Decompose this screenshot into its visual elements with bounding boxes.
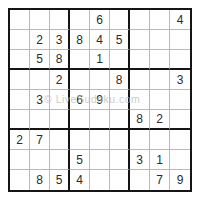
- cell-r5c7[interactable]: [130, 90, 150, 110]
- cell-r3c3: 8: [50, 50, 70, 70]
- cell-r6c3[interactable]: [50, 110, 70, 130]
- cell-r7c9[interactable]: [170, 130, 190, 150]
- cell-r8c5[interactable]: [90, 150, 110, 170]
- cell-r8c9[interactable]: [170, 150, 190, 170]
- cell-r7c6[interactable]: [110, 130, 130, 150]
- cell-r4c9: 3: [170, 70, 190, 90]
- cell-r6c9[interactable]: [170, 110, 190, 130]
- cell-r7c4[interactable]: [70, 130, 90, 150]
- cell-r8c2[interactable]: [30, 150, 50, 170]
- cell-r6c4[interactable]: [70, 110, 90, 130]
- cell-r8c4: 5: [70, 150, 90, 170]
- cell-r8c6[interactable]: [110, 150, 130, 170]
- cell-r1c9: 4: [170, 10, 190, 30]
- cell-r9c2: 8: [30, 170, 50, 190]
- cell-r1c4[interactable]: [70, 10, 90, 30]
- cell-r7c8[interactable]: [150, 130, 170, 150]
- cell-r9c4: 4: [70, 170, 90, 190]
- cell-r9c8: 7: [150, 170, 170, 190]
- cell-r3c9[interactable]: [170, 50, 190, 70]
- cell-r2c7[interactable]: [130, 30, 150, 50]
- cell-r8c3[interactable]: [50, 150, 70, 170]
- cell-r5c3[interactable]: [50, 90, 70, 110]
- cell-r5c1[interactable]: [10, 90, 30, 110]
- cell-r7c2: 7: [30, 130, 50, 150]
- cell-r3c2: 5: [30, 50, 50, 70]
- cell-r8c7: 3: [130, 150, 150, 170]
- cell-r3c6[interactable]: [110, 50, 130, 70]
- cell-r5c6[interactable]: [110, 90, 130, 110]
- cell-r4c1[interactable]: [10, 70, 30, 90]
- cell-r8c8: 1: [150, 150, 170, 170]
- cell-r6c8: 2: [150, 110, 170, 130]
- cell-r4c8[interactable]: [150, 70, 170, 90]
- cell-r4c5[interactable]: [90, 70, 110, 90]
- cell-r7c1: 2: [10, 130, 30, 150]
- cell-r2c8[interactable]: [150, 30, 170, 50]
- cell-r4c3: 2: [50, 70, 70, 90]
- cell-r5c2: 3: [30, 90, 50, 110]
- cell-r4c2[interactable]: [30, 70, 50, 90]
- cell-r7c3[interactable]: [50, 130, 70, 150]
- cell-r2c5: 4: [90, 30, 110, 50]
- cell-r3c5: 1: [90, 50, 110, 70]
- cell-r1c7[interactable]: [130, 10, 150, 30]
- cell-r9c7[interactable]: [130, 170, 150, 190]
- cell-r9c1[interactable]: [10, 170, 30, 190]
- cell-r2c1[interactable]: [10, 30, 30, 50]
- cell-r9c9: 9: [170, 170, 190, 190]
- cell-r3c1[interactable]: [10, 50, 30, 70]
- cell-r9c3: 5: [50, 170, 70, 190]
- cell-r6c2[interactable]: [30, 110, 50, 130]
- cell-r3c8[interactable]: [150, 50, 170, 70]
- cell-r1c2[interactable]: [30, 10, 50, 30]
- cell-r9c5[interactable]: [90, 170, 110, 190]
- cell-r3c4[interactable]: [70, 50, 90, 70]
- cell-r6c7: 8: [130, 110, 150, 130]
- cell-r1c5: 6: [90, 10, 110, 30]
- cell-r2c4: 8: [70, 30, 90, 50]
- sudoku-page: 6423845581283369822753185479 © LiveSudok…: [0, 0, 200, 200]
- cell-r8c1[interactable]: [10, 150, 30, 170]
- cell-r4c7[interactable]: [130, 70, 150, 90]
- cell-r6c6[interactable]: [110, 110, 130, 130]
- cell-r6c1[interactable]: [10, 110, 30, 130]
- cell-r4c6: 8: [110, 70, 130, 90]
- cell-r1c6[interactable]: [110, 10, 130, 30]
- cell-r7c5[interactable]: [90, 130, 110, 150]
- cell-r6c5[interactable]: [90, 110, 110, 130]
- cell-r7c7[interactable]: [130, 130, 150, 150]
- cell-r2c9[interactable]: [170, 30, 190, 50]
- cell-r4c4[interactable]: [70, 70, 90, 90]
- cell-r2c2: 2: [30, 30, 50, 50]
- cell-r5c5: 9: [90, 90, 110, 110]
- cell-r2c3: 3: [50, 30, 70, 50]
- sudoku-grid: 6423845581283369822753185479: [8, 8, 192, 192]
- cell-r5c9[interactable]: [170, 90, 190, 110]
- cell-r1c1[interactable]: [10, 10, 30, 30]
- cell-r3c7[interactable]: [130, 50, 150, 70]
- cell-r2c6: 5: [110, 30, 130, 50]
- cell-r1c3[interactable]: [50, 10, 70, 30]
- cell-r1c8[interactable]: [150, 10, 170, 30]
- cell-r5c4: 6: [70, 90, 90, 110]
- cell-r5c8[interactable]: [150, 90, 170, 110]
- cell-r9c6[interactable]: [110, 170, 130, 190]
